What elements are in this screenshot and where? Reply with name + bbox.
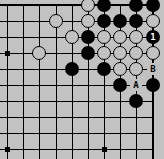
black-stone[interactable]	[81, 30, 95, 44]
black-stone[interactable]	[97, 14, 111, 28]
black-stone[interactable]	[81, 46, 95, 60]
star-point	[102, 147, 107, 152]
white-stone[interactable]	[146, 46, 160, 60]
white-stone[interactable]	[49, 14, 63, 28]
white-stone[interactable]	[113, 62, 127, 76]
white-stone[interactable]	[81, 14, 95, 28]
white-stone[interactable]	[129, 30, 143, 44]
white-stone[interactable]	[129, 46, 143, 60]
grid-line-vertical	[23, 4, 24, 159]
white-stone[interactable]	[97, 30, 111, 44]
black-stone[interactable]	[129, 94, 143, 108]
white-stone[interactable]	[81, 0, 95, 12]
white-stone[interactable]	[65, 30, 79, 44]
grid-line-vertical	[7, 4, 8, 159]
black-stone[interactable]	[97, 0, 111, 12]
white-stone[interactable]	[113, 46, 127, 60]
black-stone[interactable]	[129, 14, 143, 28]
label-A[interactable]: A	[130, 79, 142, 91]
black-stone[interactable]	[113, 14, 127, 28]
black-stone[interactable]	[146, 0, 160, 12]
grid-line-vertical	[39, 4, 40, 159]
white-stone[interactable]	[113, 30, 127, 44]
white-stone[interactable]	[146, 14, 160, 28]
black-stone[interactable]	[146, 78, 160, 92]
label-B[interactable]: B	[147, 63, 159, 75]
star-point	[5, 51, 10, 56]
label-1: 1	[146, 30, 160, 44]
black-stone[interactable]	[97, 62, 111, 76]
grid-line-vertical	[72, 4, 73, 159]
black-stone[interactable]	[129, 0, 143, 12]
white-stone[interactable]	[129, 62, 143, 76]
white-stone[interactable]	[97, 46, 111, 60]
black-stone[interactable]	[65, 62, 79, 76]
white-stone[interactable]	[32, 46, 46, 60]
star-point	[5, 147, 10, 152]
go-board: 1BA	[0, 0, 164, 159]
black-stone[interactable]	[113, 78, 127, 92]
